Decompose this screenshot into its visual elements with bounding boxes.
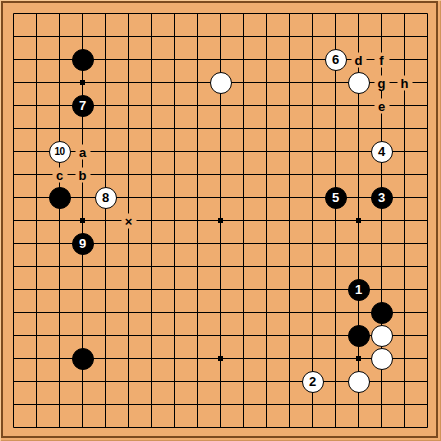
intersection[interactable] — [48, 255, 71, 278]
intersection[interactable] — [370, 301, 393, 324]
intersection[interactable] — [255, 255, 278, 278]
intersection[interactable] — [232, 301, 255, 324]
intersection[interactable] — [347, 232, 370, 255]
intersection[interactable] — [324, 71, 347, 94]
intersection[interactable] — [370, 370, 393, 393]
intersection[interactable] — [186, 255, 209, 278]
intersection[interactable] — [278, 278, 301, 301]
intersection[interactable] — [209, 48, 232, 71]
intersection[interactable] — [347, 2, 370, 25]
intersection[interactable] — [140, 94, 163, 117]
intersection[interactable] — [140, 255, 163, 278]
intersection[interactable] — [347, 301, 370, 324]
intersection[interactable] — [255, 301, 278, 324]
intersection[interactable] — [163, 416, 186, 439]
intersection[interactable] — [2, 163, 25, 186]
intersection[interactable] — [347, 393, 370, 416]
intersection[interactable] — [278, 94, 301, 117]
intersection[interactable] — [163, 25, 186, 48]
intersection[interactable] — [347, 186, 370, 209]
intersection[interactable] — [94, 416, 117, 439]
intersection[interactable] — [347, 347, 370, 370]
intersection[interactable] — [324, 347, 347, 370]
intersection[interactable] — [255, 117, 278, 140]
intersection[interactable] — [94, 393, 117, 416]
intersection[interactable] — [25, 255, 48, 278]
intersection[interactable] — [163, 393, 186, 416]
stone-black[interactable] — [72, 348, 94, 370]
intersection[interactable] — [209, 209, 232, 232]
intersection[interactable] — [324, 393, 347, 416]
intersection[interactable] — [140, 163, 163, 186]
intersection[interactable] — [71, 71, 94, 94]
intersection[interactable] — [48, 370, 71, 393]
intersection[interactable] — [48, 278, 71, 301]
intersection[interactable] — [163, 209, 186, 232]
intersection[interactable] — [278, 416, 301, 439]
intersection[interactable] — [370, 2, 393, 25]
intersection[interactable] — [393, 209, 416, 232]
intersection[interactable] — [324, 232, 347, 255]
intersection[interactable] — [117, 163, 140, 186]
intersection[interactable] — [393, 48, 416, 71]
intersection[interactable] — [301, 232, 324, 255]
intersection[interactable] — [255, 393, 278, 416]
intersection[interactable] — [25, 186, 48, 209]
intersection[interactable] — [393, 232, 416, 255]
intersection[interactable] — [140, 186, 163, 209]
intersection[interactable] — [324, 301, 347, 324]
intersection[interactable] — [416, 416, 439, 439]
intersection[interactable] — [232, 94, 255, 117]
intersection[interactable] — [416, 186, 439, 209]
intersection[interactable] — [163, 278, 186, 301]
intersection[interactable] — [163, 324, 186, 347]
intersection[interactable] — [2, 347, 25, 370]
intersection[interactable]: 9 — [71, 232, 94, 255]
intersection[interactable] — [186, 370, 209, 393]
intersection[interactable] — [163, 140, 186, 163]
intersection[interactable] — [140, 25, 163, 48]
intersection[interactable] — [209, 232, 232, 255]
intersection[interactable] — [347, 117, 370, 140]
intersection[interactable] — [140, 301, 163, 324]
intersection[interactable] — [278, 232, 301, 255]
intersection[interactable] — [94, 117, 117, 140]
intersection[interactable]: 6 — [324, 48, 347, 71]
intersection[interactable] — [324, 370, 347, 393]
intersection[interactable] — [416, 232, 439, 255]
intersection[interactable] — [232, 2, 255, 25]
intersection[interactable] — [416, 48, 439, 71]
intersection[interactable] — [416, 117, 439, 140]
intersection[interactable] — [117, 278, 140, 301]
intersection[interactable] — [393, 393, 416, 416]
intersection[interactable] — [347, 255, 370, 278]
intersection[interactable] — [140, 347, 163, 370]
intersection[interactable] — [416, 163, 439, 186]
stone-black[interactable] — [371, 302, 393, 324]
intersection[interactable] — [71, 301, 94, 324]
intersection[interactable] — [278, 140, 301, 163]
intersection[interactable] — [117, 186, 140, 209]
intersection[interactable] — [416, 94, 439, 117]
intersection[interactable] — [393, 186, 416, 209]
intersection[interactable] — [278, 301, 301, 324]
intersection[interactable] — [255, 186, 278, 209]
intersection[interactable] — [324, 278, 347, 301]
intersection[interactable] — [255, 209, 278, 232]
intersection[interactable] — [71, 370, 94, 393]
intersection[interactable] — [117, 347, 140, 370]
intersection[interactable] — [140, 48, 163, 71]
intersection[interactable] — [301, 347, 324, 370]
intersection[interactable] — [186, 416, 209, 439]
intersection[interactable] — [347, 71, 370, 94]
intersection[interactable] — [140, 117, 163, 140]
intersection[interactable] — [2, 25, 25, 48]
intersection[interactable] — [232, 209, 255, 232]
intersection[interactable] — [278, 71, 301, 94]
intersection[interactable] — [370, 347, 393, 370]
intersection[interactable] — [393, 278, 416, 301]
intersection[interactable] — [48, 25, 71, 48]
intersection[interactable] — [255, 140, 278, 163]
intersection[interactable] — [71, 117, 94, 140]
intersection[interactable] — [140, 71, 163, 94]
intersection[interactable] — [163, 71, 186, 94]
intersection[interactable] — [232, 347, 255, 370]
intersection[interactable] — [255, 48, 278, 71]
intersection[interactable] — [48, 186, 71, 209]
intersection[interactable] — [94, 48, 117, 71]
intersection[interactable] — [163, 48, 186, 71]
intersection[interactable] — [416, 71, 439, 94]
intersection[interactable] — [2, 416, 25, 439]
stone-black[interactable] — [49, 187, 71, 209]
intersection[interactable]: d — [347, 48, 370, 71]
intersection[interactable] — [186, 324, 209, 347]
intersection[interactable] — [140, 232, 163, 255]
intersection[interactable] — [416, 25, 439, 48]
intersection[interactable] — [163, 117, 186, 140]
intersection[interactable] — [117, 2, 140, 25]
intersection[interactable] — [186, 209, 209, 232]
intersection[interactable] — [232, 416, 255, 439]
intersection[interactable] — [48, 48, 71, 71]
stone-black[interactable]: 1 — [348, 279, 370, 301]
intersection[interactable] — [278, 186, 301, 209]
intersection[interactable] — [278, 209, 301, 232]
intersection[interactable] — [71, 393, 94, 416]
intersection[interactable] — [416, 209, 439, 232]
intersection[interactable] — [48, 209, 71, 232]
intersection[interactable] — [25, 117, 48, 140]
intersection[interactable]: 5 — [324, 186, 347, 209]
intersection[interactable] — [278, 117, 301, 140]
intersection[interactable] — [94, 324, 117, 347]
intersection[interactable] — [117, 370, 140, 393]
intersection[interactable]: 4 — [370, 140, 393, 163]
intersection[interactable] — [94, 255, 117, 278]
intersection[interactable] — [117, 25, 140, 48]
intersection[interactable] — [393, 301, 416, 324]
intersection[interactable] — [278, 255, 301, 278]
intersection[interactable] — [2, 117, 25, 140]
intersection[interactable] — [2, 48, 25, 71]
intersection[interactable] — [347, 324, 370, 347]
intersection[interactable] — [209, 255, 232, 278]
intersection[interactable] — [370, 416, 393, 439]
intersection[interactable] — [140, 370, 163, 393]
intersection[interactable] — [117, 117, 140, 140]
intersection[interactable] — [94, 94, 117, 117]
intersection[interactable] — [94, 232, 117, 255]
intersection[interactable] — [25, 48, 48, 71]
intersection[interactable] — [25, 71, 48, 94]
intersection[interactable] — [255, 2, 278, 25]
stone-black[interactable]: 3 — [371, 187, 393, 209]
intersection[interactable] — [71, 255, 94, 278]
intersection[interactable] — [232, 278, 255, 301]
intersection[interactable] — [232, 370, 255, 393]
stone-white[interactable]: 8 — [95, 187, 117, 209]
intersection[interactable] — [370, 393, 393, 416]
intersection[interactable] — [25, 140, 48, 163]
intersection[interactable] — [232, 117, 255, 140]
intersection[interactable] — [25, 347, 48, 370]
intersection[interactable] — [416, 255, 439, 278]
intersection[interactable] — [324, 94, 347, 117]
intersection[interactable] — [255, 71, 278, 94]
intersection[interactable] — [209, 2, 232, 25]
intersection[interactable] — [301, 94, 324, 117]
intersection[interactable] — [416, 347, 439, 370]
intersection[interactable] — [416, 370, 439, 393]
intersection[interactable] — [393, 140, 416, 163]
intersection[interactable] — [209, 324, 232, 347]
intersection[interactable] — [163, 370, 186, 393]
intersection[interactable] — [370, 25, 393, 48]
intersection[interactable] — [324, 324, 347, 347]
intersection[interactable] — [71, 186, 94, 209]
intersection[interactable] — [71, 209, 94, 232]
intersection[interactable] — [186, 301, 209, 324]
intersection[interactable] — [232, 232, 255, 255]
intersection[interactable] — [140, 393, 163, 416]
intersection[interactable]: f — [370, 48, 393, 71]
intersection[interactable] — [94, 370, 117, 393]
intersection[interactable] — [301, 2, 324, 25]
intersection[interactable] — [370, 324, 393, 347]
intersection[interactable] — [393, 163, 416, 186]
intersection[interactable]: 8 — [94, 186, 117, 209]
intersection[interactable] — [25, 393, 48, 416]
intersection[interactable] — [140, 416, 163, 439]
intersection[interactable] — [278, 370, 301, 393]
intersection[interactable]: g — [370, 71, 393, 94]
intersection[interactable] — [278, 48, 301, 71]
intersection[interactable] — [163, 186, 186, 209]
intersection[interactable] — [48, 347, 71, 370]
intersection[interactable] — [25, 416, 48, 439]
intersection[interactable] — [94, 347, 117, 370]
intersection[interactable] — [209, 71, 232, 94]
stone-white[interactable] — [348, 72, 370, 94]
intersection[interactable]: 3 — [370, 186, 393, 209]
intersection[interactable] — [25, 301, 48, 324]
stone-white[interactable]: 10 — [49, 141, 71, 163]
intersection[interactable] — [2, 186, 25, 209]
intersection[interactable] — [255, 25, 278, 48]
intersection[interactable] — [2, 278, 25, 301]
intersection[interactable] — [370, 117, 393, 140]
intersection[interactable] — [94, 301, 117, 324]
intersection[interactable] — [94, 209, 117, 232]
intersection[interactable] — [416, 301, 439, 324]
intersection[interactable] — [71, 2, 94, 25]
intersection[interactable] — [324, 25, 347, 48]
intersection[interactable] — [393, 255, 416, 278]
intersection[interactable] — [209, 278, 232, 301]
intersection[interactable] — [301, 324, 324, 347]
intersection[interactable] — [48, 71, 71, 94]
intersection[interactable] — [117, 71, 140, 94]
intersection[interactable] — [232, 393, 255, 416]
intersection[interactable] — [232, 163, 255, 186]
intersection[interactable] — [94, 25, 117, 48]
intersection[interactable] — [117, 140, 140, 163]
intersection[interactable] — [255, 324, 278, 347]
intersection[interactable] — [71, 324, 94, 347]
intersection[interactable] — [301, 140, 324, 163]
intersection[interactable] — [186, 393, 209, 416]
intersection[interactable] — [48, 2, 71, 25]
intersection[interactable] — [370, 163, 393, 186]
intersection[interactable] — [255, 347, 278, 370]
intersection[interactable] — [186, 71, 209, 94]
intersection[interactable] — [324, 163, 347, 186]
intersection[interactable]: c — [48, 163, 71, 186]
stone-white[interactable]: 4 — [371, 141, 393, 163]
intersection[interactable] — [347, 163, 370, 186]
intersection[interactable] — [2, 301, 25, 324]
intersection[interactable] — [71, 25, 94, 48]
intersection[interactable] — [324, 117, 347, 140]
intersection[interactable] — [94, 278, 117, 301]
intersection[interactable] — [301, 255, 324, 278]
intersection[interactable] — [370, 255, 393, 278]
intersection[interactable] — [209, 416, 232, 439]
intersection[interactable] — [2, 94, 25, 117]
intersection[interactable] — [117, 255, 140, 278]
intersection[interactable] — [140, 278, 163, 301]
intersection[interactable] — [2, 324, 25, 347]
intersection[interactable] — [163, 301, 186, 324]
intersection[interactable] — [25, 232, 48, 255]
stone-white[interactable] — [348, 371, 370, 393]
intersection[interactable] — [117, 393, 140, 416]
intersection[interactable] — [94, 163, 117, 186]
intersection[interactable] — [255, 416, 278, 439]
intersection[interactable] — [117, 48, 140, 71]
intersection[interactable] — [416, 393, 439, 416]
intersection[interactable] — [232, 324, 255, 347]
intersection[interactable] — [209, 94, 232, 117]
intersection[interactable] — [209, 117, 232, 140]
intersection[interactable] — [25, 94, 48, 117]
intersection[interactable] — [301, 25, 324, 48]
intersection[interactable] — [186, 117, 209, 140]
stone-white[interactable]: 2 — [302, 371, 324, 393]
intersection[interactable] — [347, 25, 370, 48]
intersection[interactable] — [163, 94, 186, 117]
intersection[interactable] — [324, 209, 347, 232]
intersection[interactable] — [416, 324, 439, 347]
intersection[interactable] — [393, 416, 416, 439]
intersection[interactable] — [186, 25, 209, 48]
intersection[interactable] — [255, 94, 278, 117]
intersection[interactable]: 7 — [71, 94, 94, 117]
stone-white[interactable]: 6 — [325, 49, 347, 71]
stone-black[interactable]: 7 — [72, 95, 94, 117]
intersection[interactable] — [209, 163, 232, 186]
intersection[interactable] — [278, 393, 301, 416]
stone-black[interactable] — [72, 49, 94, 71]
intersection[interactable] — [393, 94, 416, 117]
intersection[interactable] — [278, 2, 301, 25]
intersection[interactable] — [25, 2, 48, 25]
intersection[interactable] — [2, 232, 25, 255]
intersection[interactable] — [324, 140, 347, 163]
intersection[interactable] — [117, 301, 140, 324]
intersection[interactable] — [2, 71, 25, 94]
intersection[interactable] — [347, 370, 370, 393]
intersection[interactable] — [393, 370, 416, 393]
intersection[interactable] — [186, 48, 209, 71]
intersection[interactable]: b — [71, 163, 94, 186]
intersection[interactable] — [140, 209, 163, 232]
intersection[interactable] — [393, 2, 416, 25]
intersection[interactable] — [301, 393, 324, 416]
intersection[interactable] — [186, 347, 209, 370]
intersection[interactable] — [393, 347, 416, 370]
intersection[interactable] — [48, 94, 71, 117]
intersection[interactable] — [25, 278, 48, 301]
intersection[interactable] — [278, 25, 301, 48]
intersection[interactable] — [301, 416, 324, 439]
intersection[interactable] — [25, 25, 48, 48]
intersection[interactable] — [186, 140, 209, 163]
intersection[interactable] — [71, 278, 94, 301]
intersection[interactable] — [416, 140, 439, 163]
intersection[interactable] — [117, 416, 140, 439]
intersection[interactable] — [2, 140, 25, 163]
intersection[interactable] — [186, 232, 209, 255]
intersection[interactable] — [2, 255, 25, 278]
intersection[interactable] — [347, 416, 370, 439]
intersection[interactable] — [2, 2, 25, 25]
intersection[interactable] — [393, 117, 416, 140]
intersection[interactable] — [117, 232, 140, 255]
intersection[interactable] — [209, 347, 232, 370]
intersection[interactable] — [416, 2, 439, 25]
intersection[interactable] — [232, 140, 255, 163]
intersection[interactable] — [163, 2, 186, 25]
intersection[interactable] — [347, 209, 370, 232]
intersection[interactable] — [48, 232, 71, 255]
intersection[interactable] — [209, 301, 232, 324]
